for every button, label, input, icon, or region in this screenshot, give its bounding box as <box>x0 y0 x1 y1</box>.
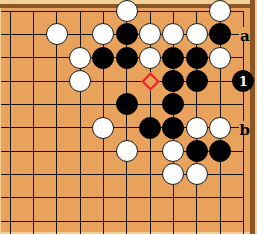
white-stone <box>116 140 138 162</box>
label-a[interactable]: a <box>239 27 250 41</box>
white-stone <box>139 47 161 69</box>
black-stone <box>139 117 161 139</box>
black-stone <box>162 70 184 92</box>
black-stone <box>209 140 231 162</box>
white-stone <box>186 117 208 139</box>
black-stone <box>162 47 184 69</box>
diamond-marker <box>141 72 159 90</box>
black-stone <box>186 140 208 162</box>
black-stone <box>209 23 231 45</box>
black-stone <box>116 93 138 115</box>
black-stone <box>116 23 138 45</box>
grid-hline <box>1 221 244 222</box>
white-stone <box>209 117 231 139</box>
go-board[interactable]: a1b <box>0 0 257 234</box>
outer-margin-right <box>255 0 257 234</box>
white-stone <box>162 23 184 45</box>
black-stone <box>116 47 138 69</box>
grid-vline <box>80 11 81 235</box>
outer-margin-left <box>0 0 1 234</box>
black-stone <box>162 117 184 139</box>
white-stone <box>69 47 91 69</box>
grid-vline <box>10 11 11 235</box>
white-stone <box>209 47 231 69</box>
white-stone <box>162 140 184 162</box>
white-stone <box>69 70 91 92</box>
white-stone <box>46 23 68 45</box>
label-b[interactable]: b <box>239 121 250 135</box>
white-stone <box>92 23 114 45</box>
outer-margin-bottom <box>0 232 257 234</box>
black-stone <box>92 47 114 69</box>
grid-vline <box>33 11 34 235</box>
white-stone <box>209 0 231 22</box>
black-stone <box>162 93 184 115</box>
white-stone <box>92 117 114 139</box>
black-stone <box>186 47 208 69</box>
white-stone <box>162 163 184 185</box>
grid-hline <box>1 197 244 198</box>
white-stone <box>116 0 138 22</box>
white-stone <box>186 163 208 185</box>
black-stone <box>186 70 208 92</box>
white-stone <box>139 23 161 45</box>
white-stone <box>186 23 208 45</box>
